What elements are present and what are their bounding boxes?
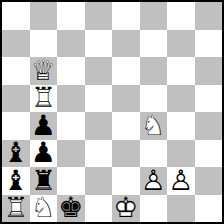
square-d7[interactable] — [85, 30, 113, 58]
square-h8[interactable] — [195, 2, 223, 30]
square-f3[interactable] — [140, 140, 168, 168]
square-c5[interactable] — [57, 85, 85, 113]
piece-outline-layer: ♖ — [30, 85, 58, 113]
square-a7[interactable] — [2, 30, 30, 58]
square-f1[interactable] — [140, 195, 168, 223]
piece-outline-layer: ♙ — [140, 167, 168, 195]
square-a3[interactable]: ♝ — [2, 140, 30, 168]
piece-fill-layer: ♟ — [30, 140, 58, 168]
piece-outline-layer: ♖ — [2, 195, 30, 223]
square-e8[interactable] — [112, 2, 140, 30]
square-g3[interactable] — [167, 140, 195, 168]
square-e1[interactable]: ♚♔ — [112, 195, 140, 223]
square-d4[interactable] — [85, 112, 113, 140]
white-knight[interactable]: ♞♘ — [30, 195, 58, 223]
square-h1[interactable] — [195, 195, 223, 223]
square-d8[interactable] — [85, 2, 113, 30]
square-f2[interactable]: ♟♙ — [140, 167, 168, 195]
square-d2[interactable] — [85, 167, 113, 195]
square-d6[interactable] — [85, 57, 113, 85]
square-f6[interactable] — [140, 57, 168, 85]
square-h4[interactable] — [195, 112, 223, 140]
square-g5[interactable] — [167, 85, 195, 113]
square-a1[interactable]: ♜♖ — [2, 195, 30, 223]
square-b8[interactable] — [30, 2, 58, 30]
white-knight[interactable]: ♞♘ — [140, 112, 168, 140]
piece-outline-layer: ♘ — [30, 195, 58, 223]
square-g4[interactable] — [167, 112, 195, 140]
square-g2[interactable]: ♟♙ — [167, 167, 195, 195]
square-c3[interactable] — [57, 140, 85, 168]
square-f8[interactable] — [140, 2, 168, 30]
white-rook[interactable]: ♜♖ — [2, 195, 30, 223]
square-g7[interactable] — [167, 30, 195, 58]
square-b1[interactable]: ♞♘ — [30, 195, 58, 223]
square-h7[interactable] — [195, 30, 223, 58]
square-g1[interactable] — [167, 195, 195, 223]
square-g8[interactable] — [167, 2, 195, 30]
square-c1[interactable]: ♚ — [57, 195, 85, 223]
black-pawn[interactable]: ♟ — [30, 140, 58, 168]
white-king[interactable]: ♚♔ — [112, 195, 140, 223]
square-e4[interactable] — [112, 112, 140, 140]
square-a5[interactable] — [2, 85, 30, 113]
square-e7[interactable] — [112, 30, 140, 58]
white-pawn[interactable]: ♟♙ — [167, 167, 195, 195]
piece-outline-layer: ♘ — [140, 112, 168, 140]
black-king[interactable]: ♚ — [57, 195, 85, 223]
square-f4[interactable]: ♞♘ — [140, 112, 168, 140]
square-c8[interactable] — [57, 2, 85, 30]
square-d5[interactable] — [85, 85, 113, 113]
square-c4[interactable] — [57, 112, 85, 140]
piece-fill-layer: ♚ — [57, 195, 85, 223]
square-h5[interactable] — [195, 85, 223, 113]
square-b5[interactable]: ♜♖ — [30, 85, 58, 113]
square-g6[interactable] — [167, 57, 195, 85]
black-bishop[interactable]: ♝ — [2, 140, 30, 168]
white-rook[interactable]: ♜♖ — [30, 85, 58, 113]
square-a6[interactable] — [2, 57, 30, 85]
square-a8[interactable] — [2, 2, 30, 30]
square-h2[interactable] — [195, 167, 223, 195]
square-c6[interactable] — [57, 57, 85, 85]
square-e3[interactable] — [112, 140, 140, 168]
square-b7[interactable] — [30, 30, 58, 58]
square-h3[interactable] — [195, 140, 223, 168]
square-d3[interactable] — [85, 140, 113, 168]
piece-outline-layer: ♔ — [112, 195, 140, 223]
square-b3[interactable]: ♟ — [30, 140, 58, 168]
piece-outline-layer: ♙ — [167, 167, 195, 195]
square-e6[interactable] — [112, 57, 140, 85]
square-h6[interactable] — [195, 57, 223, 85]
chess-board: ♛♕♜♖♟♞♘♝♟♝♜♟♙♟♙♜♖♞♘♚♚♔ — [0, 0, 224, 224]
square-f5[interactable] — [140, 85, 168, 113]
square-d1[interactable] — [85, 195, 113, 223]
piece-fill-layer: ♝ — [2, 140, 30, 168]
square-e5[interactable] — [112, 85, 140, 113]
white-pawn[interactable]: ♟♙ — [140, 167, 168, 195]
square-c7[interactable] — [57, 30, 85, 58]
square-f7[interactable] — [140, 30, 168, 58]
